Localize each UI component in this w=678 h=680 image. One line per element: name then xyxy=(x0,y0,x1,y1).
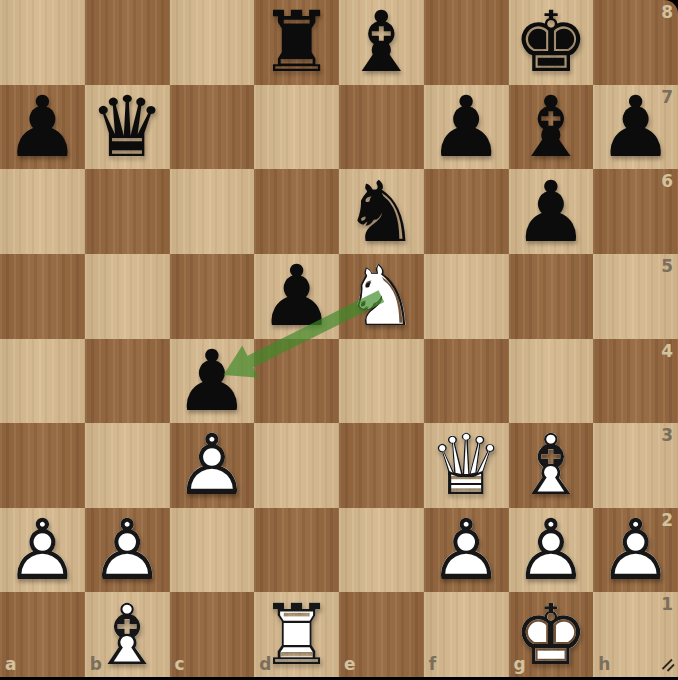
white-knight-outline: ♘ xyxy=(339,254,424,339)
black-pawn[interactable]: ♟ xyxy=(509,169,594,254)
square-f6[interactable] xyxy=(424,169,509,254)
black-bishop-glyph: ♝ xyxy=(339,0,424,85)
square-h3[interactable]: 3 xyxy=(593,423,678,508)
square-b2[interactable]: ♟♙ xyxy=(85,508,170,593)
square-f8[interactable] xyxy=(424,0,509,85)
square-a2[interactable]: ♟♙ xyxy=(0,508,85,593)
square-e4[interactable] xyxy=(339,339,424,424)
square-d4[interactable] xyxy=(254,339,339,424)
white-rook[interactable]: ♜♖ xyxy=(254,592,339,677)
square-e2[interactable] xyxy=(339,508,424,593)
square-a5[interactable] xyxy=(0,254,85,339)
white-pawn[interactable]: ♟♙ xyxy=(593,508,678,593)
white-queen-outline: ♕ xyxy=(424,423,509,508)
rank-label-8: 8 xyxy=(661,4,673,21)
white-bishop-outline: ♗ xyxy=(85,592,170,677)
square-b7[interactable]: ♛ xyxy=(85,85,170,170)
black-pawn[interactable]: ♟ xyxy=(254,254,339,339)
resize-handle-icon[interactable] xyxy=(659,656,676,673)
square-d5[interactable]: ♟ xyxy=(254,254,339,339)
white-pawn-outline: ♙ xyxy=(170,423,255,508)
square-g2[interactable]: ♟♙ xyxy=(509,508,594,593)
square-g5[interactable] xyxy=(509,254,594,339)
black-pawn-glyph: ♟ xyxy=(170,339,255,424)
square-g7[interactable]: ♝ xyxy=(509,85,594,170)
square-b3[interactable] xyxy=(85,423,170,508)
square-g3[interactable]: ♝♗ xyxy=(509,423,594,508)
white-bishop[interactable]: ♝♗ xyxy=(509,423,594,508)
white-king-outline: ♔ xyxy=(509,592,594,677)
square-e7[interactable] xyxy=(339,85,424,170)
chess-board: ♜♝♚8♟♛♟♝7♟♞♟6♟♞♘5♟4♟♙♛♕♝♗3♟♙♟♙♟♙♟♙2♟♙ab♝… xyxy=(0,0,678,677)
black-pawn-glyph: ♟ xyxy=(593,85,678,170)
square-e1[interactable]: e xyxy=(339,592,424,677)
black-rook-glyph: ♜ xyxy=(254,0,339,85)
white-pawn[interactable]: ♟♙ xyxy=(85,508,170,593)
white-pawn-outline: ♙ xyxy=(593,508,678,593)
white-pawn-outline: ♙ xyxy=(85,508,170,593)
file-label-h: h xyxy=(598,656,610,673)
white-knight[interactable]: ♞♘ xyxy=(339,254,424,339)
square-g6[interactable]: ♟ xyxy=(509,169,594,254)
square-c3[interactable]: ♟♙ xyxy=(170,423,255,508)
square-c1[interactable]: c xyxy=(170,592,255,677)
square-h6[interactable]: 6 xyxy=(593,169,678,254)
square-a3[interactable] xyxy=(0,423,85,508)
square-d3[interactable] xyxy=(254,423,339,508)
square-d7[interactable] xyxy=(254,85,339,170)
square-a1[interactable]: a xyxy=(0,592,85,677)
square-c7[interactable] xyxy=(170,85,255,170)
white-bishop-outline: ♗ xyxy=(509,423,594,508)
black-pawn-glyph: ♟ xyxy=(509,169,594,254)
black-king[interactable]: ♚ xyxy=(509,0,594,85)
square-f2[interactable]: ♟♙ xyxy=(424,508,509,593)
black-pawn-glyph: ♟ xyxy=(0,85,85,170)
file-label-f: f xyxy=(429,656,436,673)
black-pawn-glyph: ♟ xyxy=(424,85,509,170)
square-c4[interactable]: ♟ xyxy=(170,339,255,424)
square-g1[interactable]: g♚♔ xyxy=(509,592,594,677)
white-pawn[interactable]: ♟♙ xyxy=(509,508,594,593)
white-pawn-outline: ♙ xyxy=(0,508,85,593)
square-c5[interactable] xyxy=(170,254,255,339)
square-f4[interactable] xyxy=(424,339,509,424)
square-d6[interactable] xyxy=(254,169,339,254)
black-pawn[interactable]: ♟ xyxy=(593,85,678,170)
file-label-c: c xyxy=(175,656,185,673)
square-d8[interactable]: ♜ xyxy=(254,0,339,85)
square-h7[interactable]: 7♟ xyxy=(593,85,678,170)
rank-label-4: 4 xyxy=(661,343,673,360)
black-rook[interactable]: ♜ xyxy=(254,0,339,85)
square-e8[interactable]: ♝ xyxy=(339,0,424,85)
square-d2[interactable] xyxy=(254,508,339,593)
black-queen-glyph: ♛ xyxy=(85,85,170,170)
rank-label-5: 5 xyxy=(661,258,673,275)
square-b8[interactable] xyxy=(85,0,170,85)
square-g8[interactable]: ♚ xyxy=(509,0,594,85)
black-bishop-glyph: ♝ xyxy=(509,85,594,170)
square-c6[interactable] xyxy=(170,169,255,254)
white-rook-outline: ♖ xyxy=(254,592,339,677)
white-pawn-outline: ♙ xyxy=(509,508,594,593)
square-g4[interactable] xyxy=(509,339,594,424)
black-pawn-glyph: ♟ xyxy=(254,254,339,339)
chess-board-window: ♜♝♚8♟♛♟♝7♟♞♟6♟♞♘5♟4♟♙♛♕♝♗3♟♙♟♙♟♙♟♙2♟♙ab♝… xyxy=(0,0,678,677)
file-label-a: a xyxy=(5,656,16,673)
file-label-e: e xyxy=(344,656,356,673)
square-b6[interactable] xyxy=(85,169,170,254)
black-knight[interactable]: ♞ xyxy=(339,169,424,254)
square-b4[interactable] xyxy=(85,339,170,424)
white-bishop[interactable]: ♝♗ xyxy=(85,592,170,677)
black-bishop[interactable]: ♝ xyxy=(509,85,594,170)
square-h2[interactable]: 2♟♙ xyxy=(593,508,678,593)
square-a7[interactable]: ♟ xyxy=(0,85,85,170)
black-knight-glyph: ♞ xyxy=(339,169,424,254)
square-c8[interactable] xyxy=(170,0,255,85)
square-c2[interactable] xyxy=(170,508,255,593)
square-f1[interactable]: f xyxy=(424,592,509,677)
rank-label-3: 3 xyxy=(661,427,673,444)
square-f7[interactable]: ♟ xyxy=(424,85,509,170)
square-b5[interactable] xyxy=(85,254,170,339)
white-pawn[interactable]: ♟♙ xyxy=(170,423,255,508)
square-a8[interactable] xyxy=(0,0,85,85)
square-h5[interactable]: 5 xyxy=(593,254,678,339)
square-a4[interactable] xyxy=(0,339,85,424)
black-pawn[interactable]: ♟ xyxy=(424,85,509,170)
square-e3[interactable] xyxy=(339,423,424,508)
white-queen[interactable]: ♛♕ xyxy=(424,423,509,508)
black-queen[interactable]: ♛ xyxy=(85,85,170,170)
white-pawn-outline: ♙ xyxy=(424,508,509,593)
square-f3[interactable]: ♛♕ xyxy=(424,423,509,508)
square-e6[interactable]: ♞ xyxy=(339,169,424,254)
white-king[interactable]: ♚♔ xyxy=(509,592,594,677)
square-a6[interactable] xyxy=(0,169,85,254)
square-b1[interactable]: b♝♗ xyxy=(85,592,170,677)
white-pawn[interactable]: ♟♙ xyxy=(424,508,509,593)
square-d1[interactable]: d♜♖ xyxy=(254,592,339,677)
square-f5[interactable] xyxy=(424,254,509,339)
square-e5[interactable]: ♞♘ xyxy=(339,254,424,339)
white-pawn[interactable]: ♟♙ xyxy=(0,508,85,593)
black-bishop[interactable]: ♝ xyxy=(339,0,424,85)
black-pawn[interactable]: ♟ xyxy=(0,85,85,170)
square-h8[interactable]: 8 xyxy=(593,0,678,85)
black-pawn[interactable]: ♟ xyxy=(170,339,255,424)
square-h4[interactable]: 4 xyxy=(593,339,678,424)
black-king-glyph: ♚ xyxy=(509,0,594,85)
